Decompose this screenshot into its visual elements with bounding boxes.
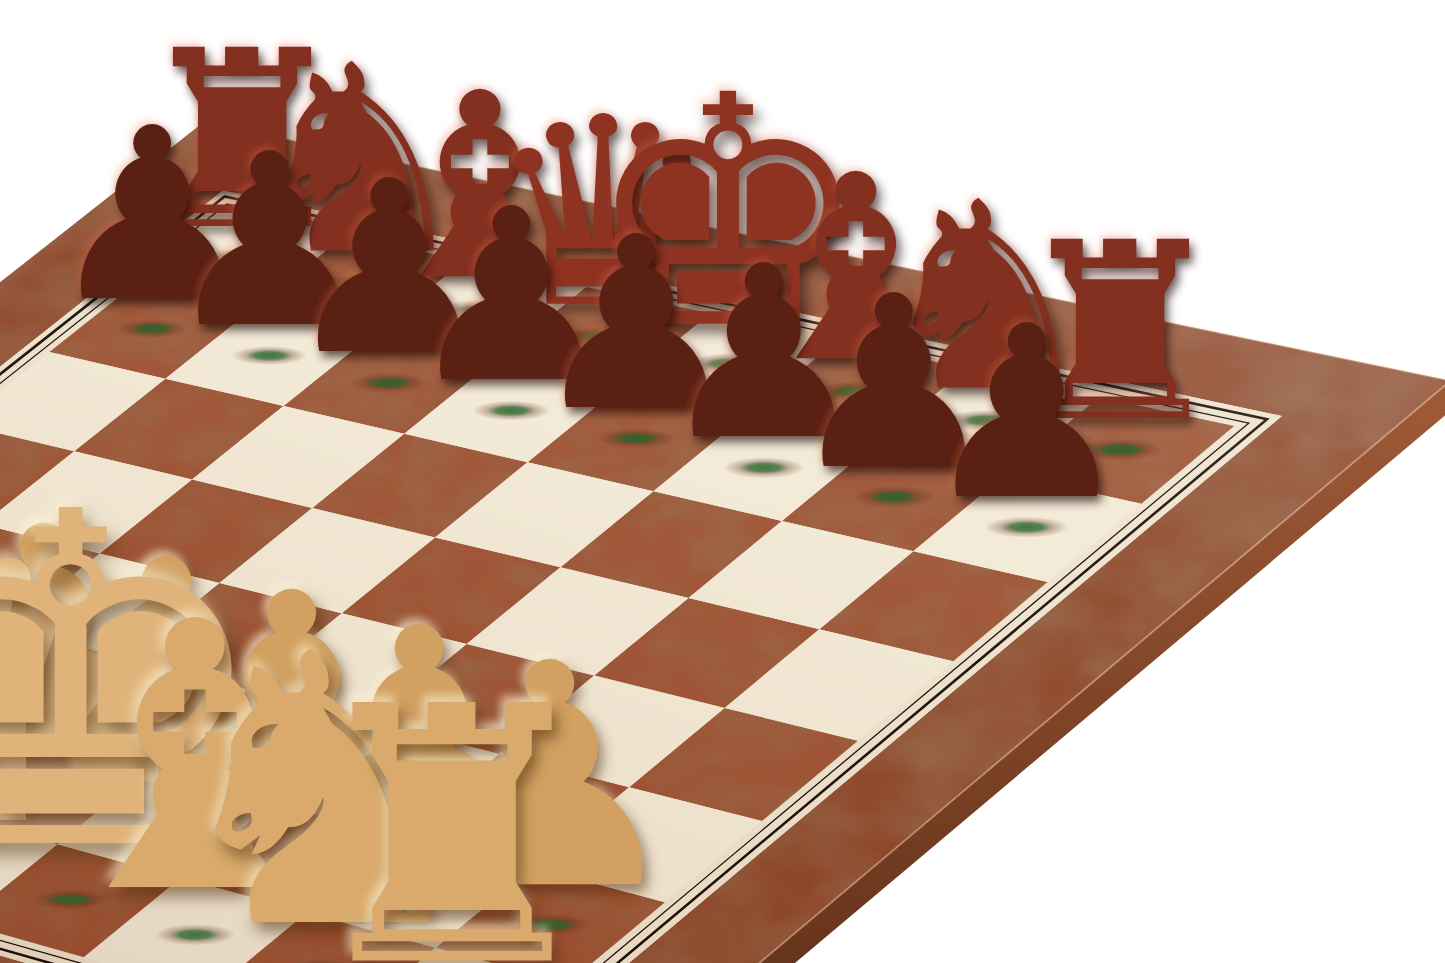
piece-rosewood-pawn-h7[interactable]: ♟: [920, 295, 1134, 533]
piece-boxwood-rook-h1[interactable]: ♜: [294, 661, 611, 963]
chess-product-photo: ♜♞♝♟♛♟♚♟♝♟♞♟♜♟♟♟♟♟♟♜♟♞♟♝♟♛♟♚♟♝♞♜: [0, 0, 1445, 963]
pieces-layer: ♜♞♝♟♛♟♚♟♝♟♞♟♜♟♟♟♟♟♟♜♟♞♟♝♟♛♟♚♟♝♞♜: [0, 0, 1445, 963]
